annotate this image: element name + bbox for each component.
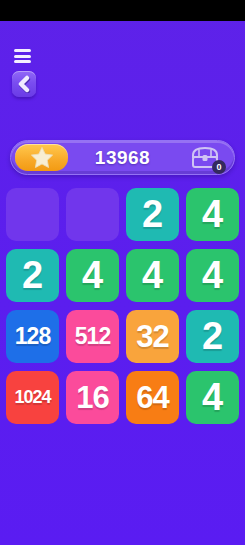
tile-32: 32 xyxy=(126,310,179,363)
chest-button[interactable]: 0 xyxy=(190,145,224,173)
tile-128: 128 xyxy=(6,310,59,363)
tile-4: 4 xyxy=(66,249,119,302)
tile-4: 4 xyxy=(186,249,239,302)
tile-2: 2 xyxy=(126,188,179,241)
tile-16: 16 xyxy=(66,371,119,424)
chevron-left-icon xyxy=(16,75,32,93)
menu-button[interactable] xyxy=(14,49,32,63)
tile-512: 512 xyxy=(66,310,119,363)
tile-2: 2 xyxy=(186,310,239,363)
app-screen: 13968 0 242444128512322102416644 xyxy=(0,0,245,545)
tile-4: 4 xyxy=(186,371,239,424)
tile-2: 2 xyxy=(6,249,59,302)
tile-4: 4 xyxy=(126,249,179,302)
status-bar xyxy=(0,0,245,21)
tile-4: 4 xyxy=(186,188,239,241)
tile-1024: 1024 xyxy=(6,371,59,424)
tile-64: 64 xyxy=(126,371,179,424)
back-button[interactable] xyxy=(12,71,36,97)
chest-count-badge: 0 xyxy=(212,160,226,174)
empty-cell xyxy=(66,188,119,241)
score-bar: 13968 0 xyxy=(10,140,235,175)
empty-cell xyxy=(6,188,59,241)
game-board[interactable]: 242444128512322102416644 xyxy=(0,188,245,424)
hamburger-icon xyxy=(14,49,31,52)
